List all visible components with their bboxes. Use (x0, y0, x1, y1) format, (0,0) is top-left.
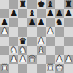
black-pawn: ♟ (28, 18, 36, 27)
square-b1[interactable] (9, 64, 18, 73)
square-c2[interactable]: ♟ (18, 55, 27, 64)
square-d1[interactable] (27, 64, 36, 73)
black-pawn: ♟ (10, 9, 18, 18)
square-c1[interactable] (18, 64, 27, 73)
square-d5[interactable] (27, 27, 36, 36)
white-pawn: ♟ (1, 27, 9, 36)
square-f7[interactable]: ♟ (46, 9, 55, 18)
square-d2[interactable]: ♛ (27, 55, 36, 64)
square-f1[interactable]: ♜ (46, 64, 55, 73)
square-b2[interactable]: ♟ (9, 55, 18, 64)
square-h6[interactable] (64, 18, 73, 27)
square-c8[interactable]: ♜ (18, 0, 27, 9)
square-g1[interactable]: ♚ (55, 64, 64, 73)
black-pawn: ♟ (65, 9, 73, 18)
white-rook: ♜ (1, 63, 9, 72)
square-e8[interactable]: ♚ (37, 0, 46, 9)
square-h2[interactable]: ♟ (64, 55, 73, 64)
square-b5[interactable] (9, 27, 18, 36)
white-pawn: ♟ (10, 54, 18, 63)
square-h7[interactable]: ♟ (64, 9, 73, 18)
black-pawn: ♟ (46, 9, 54, 18)
black-rook: ♜ (19, 0, 27, 9)
square-e6[interactable]: ♟ (37, 18, 46, 27)
black-king: ♚ (37, 0, 45, 9)
square-c6[interactable] (18, 18, 27, 27)
square-a3[interactable] (0, 46, 9, 55)
square-f4[interactable] (46, 37, 55, 46)
white-rook: ♜ (46, 63, 54, 72)
square-a4[interactable] (0, 37, 9, 46)
white-king: ♚ (56, 63, 64, 72)
square-f5[interactable]: ♟ (46, 27, 55, 36)
square-a8[interactable] (0, 0, 9, 9)
square-a5[interactable]: ♟ (0, 27, 9, 36)
black-pawn: ♟ (37, 18, 45, 27)
white-queen: ♛ (28, 54, 36, 63)
square-e1[interactable] (37, 64, 46, 73)
square-e3[interactable]: ♝ (37, 46, 46, 55)
square-h5[interactable] (64, 27, 73, 36)
white-pawn: ♟ (46, 27, 54, 36)
square-d4[interactable] (27, 37, 36, 46)
square-g4[interactable] (55, 37, 64, 46)
white-pawn: ♟ (19, 54, 27, 63)
square-g6[interactable]: ♞ (55, 18, 64, 27)
white-pawn: ♟ (65, 54, 73, 63)
square-e2[interactable] (37, 55, 46, 64)
square-c7[interactable] (18, 9, 27, 18)
square-b6[interactable] (9, 18, 18, 27)
square-d6[interactable]: ♟ (27, 18, 36, 27)
square-g5[interactable] (55, 27, 64, 36)
square-a1[interactable]: ♜ (0, 64, 9, 73)
square-h1[interactable] (64, 64, 73, 73)
black-knight: ♞ (56, 18, 64, 27)
square-h4[interactable] (64, 37, 73, 46)
white-bishop: ♝ (37, 45, 45, 54)
square-b7[interactable]: ♟ (9, 9, 18, 18)
chess-board: ♜♚♝♜♟♝♟♟♟♟♟♟♞♟♟♛♟♞♞♝♟♟♛♟♟♜♜♚ (0, 0, 73, 73)
square-f3[interactable] (46, 46, 55, 55)
